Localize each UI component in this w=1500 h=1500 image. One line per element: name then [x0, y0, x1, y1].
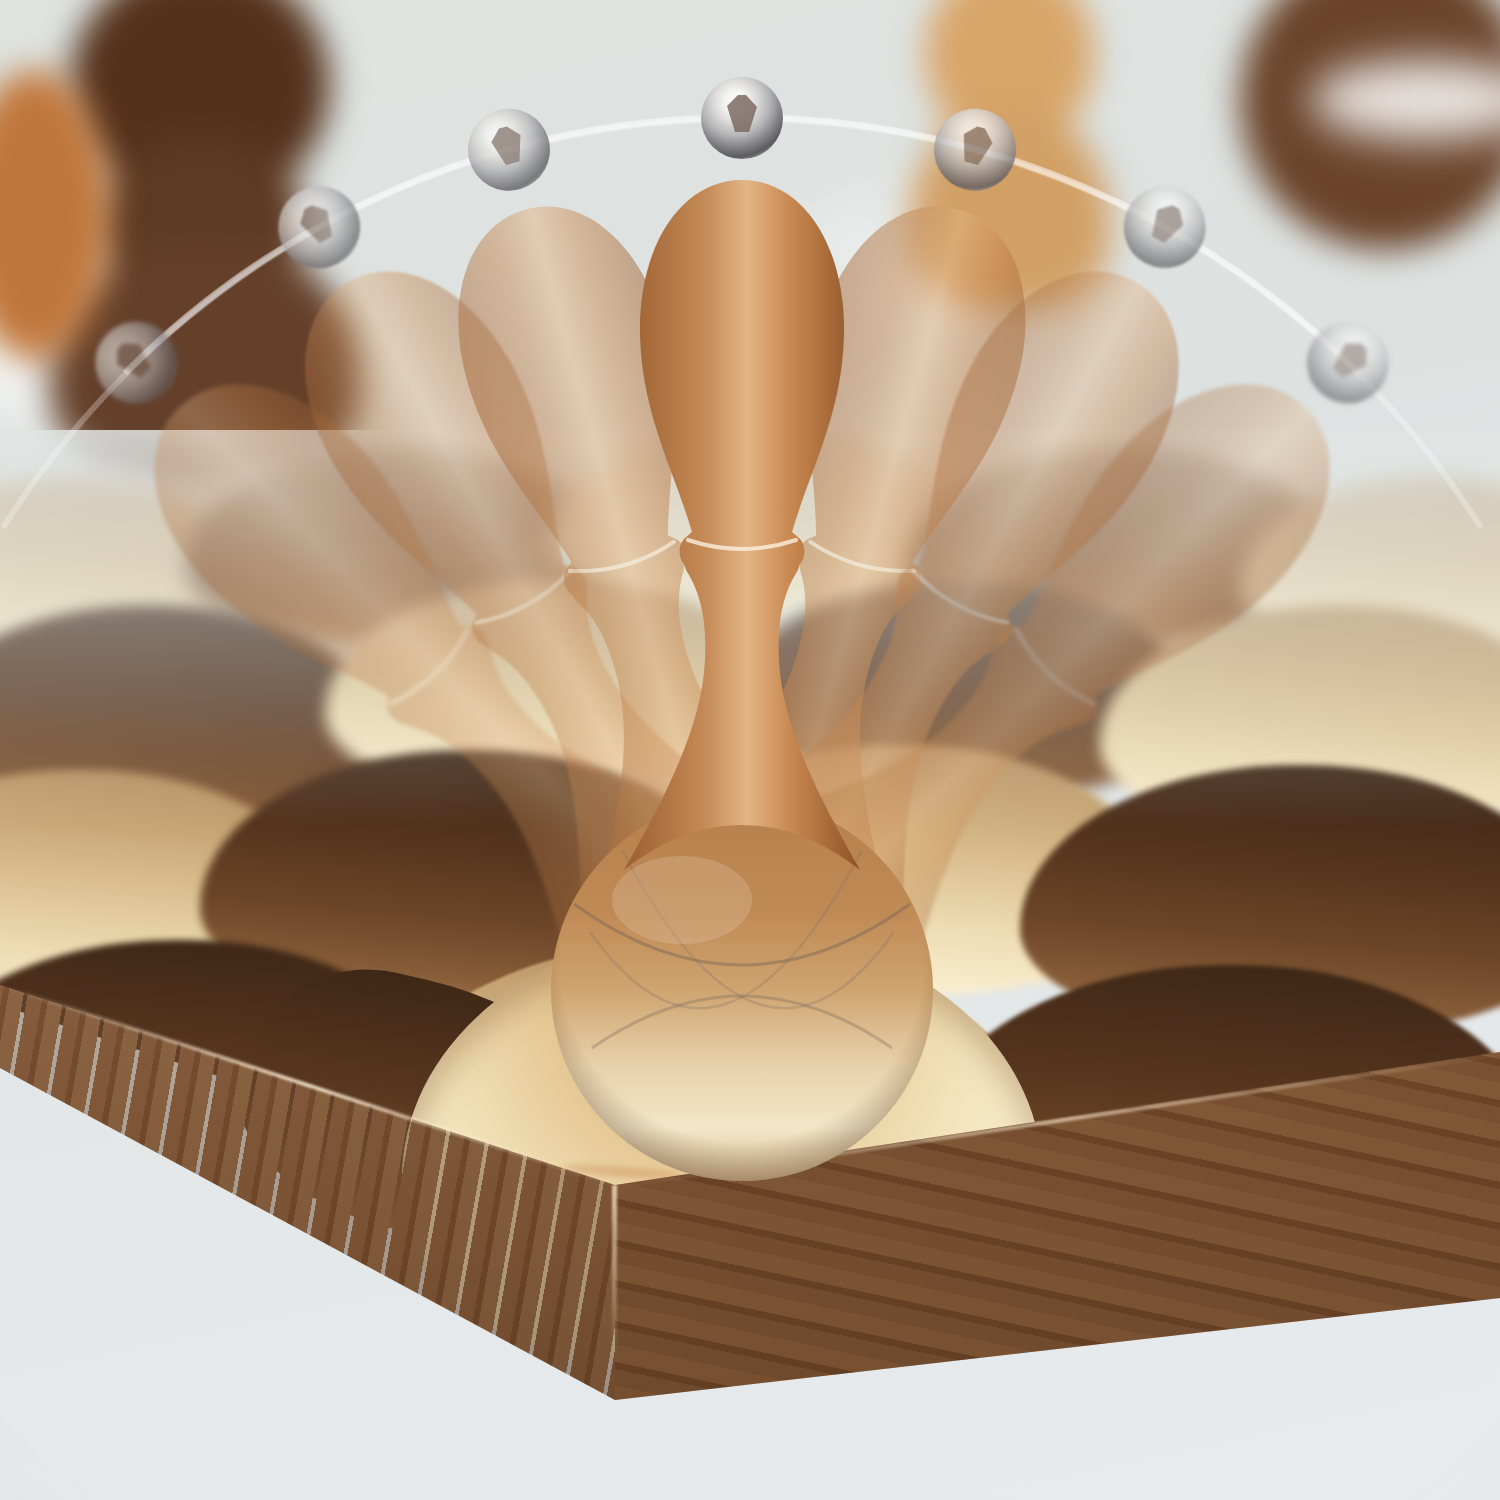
wobble-pawn-motion-fan — [0, 0, 1500, 1500]
chrome-ball-finial — [925, 99, 1026, 200]
chrome-ball-finial — [1109, 172, 1220, 283]
chrome-ball-finial — [264, 172, 375, 283]
motion-exposures — [23, 77, 1461, 1181]
chrome-ball-finial — [701, 77, 783, 159]
chrome-ball-finial — [459, 99, 560, 200]
photo-scene — [0, 0, 1500, 1500]
pawn-round-base — [551, 799, 933, 1181]
